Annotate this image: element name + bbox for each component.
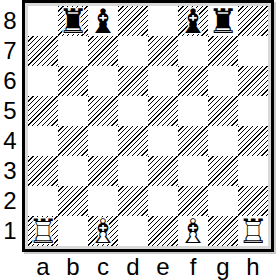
square-g4[interactable] xyxy=(208,126,238,156)
square-e7[interactable] xyxy=(148,36,178,66)
board-grid: ♜♝♝♜♜♖♝♗♝♗♜♖ xyxy=(28,6,268,246)
file-label-f: f xyxy=(178,253,208,280)
rank-label-7: 7 xyxy=(0,36,20,66)
square-b5[interactable] xyxy=(58,96,88,126)
square-c4[interactable] xyxy=(88,126,118,156)
square-b7[interactable] xyxy=(58,36,88,66)
square-e5[interactable] xyxy=(148,96,178,126)
square-h6[interactable] xyxy=(238,66,268,96)
square-a1[interactable]: ♜♖ xyxy=(28,216,58,246)
rank-label-4: 4 xyxy=(0,126,20,156)
square-c5[interactable] xyxy=(88,96,118,126)
square-f1[interactable]: ♝♗ xyxy=(178,216,208,246)
file-label-h: h xyxy=(238,253,268,280)
square-b4[interactable] xyxy=(58,126,88,156)
square-d6[interactable] xyxy=(118,66,148,96)
square-f5[interactable] xyxy=(178,96,208,126)
chess-diagram: 8 7 6 5 4 3 2 1 ♜♝♝♜♜♖♝♗♝♗♜♖ a b c d e f… xyxy=(0,0,280,280)
square-b6[interactable] xyxy=(58,66,88,96)
white-bishop: ♝♗ xyxy=(88,216,118,246)
rank-label-3: 3 xyxy=(0,156,20,186)
square-d7[interactable] xyxy=(118,36,148,66)
file-label-e: e xyxy=(148,253,178,280)
square-c8[interactable]: ♝ xyxy=(88,6,118,36)
square-c3[interactable] xyxy=(88,156,118,186)
square-g8[interactable]: ♜ xyxy=(208,6,238,36)
square-e8[interactable] xyxy=(148,6,178,36)
square-e3[interactable] xyxy=(148,156,178,186)
square-b8[interactable]: ♜ xyxy=(58,6,88,36)
square-f2[interactable] xyxy=(178,186,208,216)
white-rook: ♜♖ xyxy=(28,216,58,246)
square-h7[interactable] xyxy=(238,36,268,66)
square-f6[interactable] xyxy=(178,66,208,96)
white-bishop: ♝♗ xyxy=(178,216,208,246)
square-g2[interactable] xyxy=(208,186,238,216)
square-b2[interactable] xyxy=(58,186,88,216)
square-a3[interactable] xyxy=(28,156,58,186)
rank-label-5: 5 xyxy=(0,96,20,126)
square-e2[interactable] xyxy=(148,186,178,216)
square-d4[interactable] xyxy=(118,126,148,156)
square-e6[interactable] xyxy=(148,66,178,96)
square-d8[interactable] xyxy=(118,6,148,36)
square-a4[interactable] xyxy=(28,126,58,156)
square-d5[interactable] xyxy=(118,96,148,126)
square-c7[interactable] xyxy=(88,36,118,66)
square-b3[interactable] xyxy=(58,156,88,186)
square-a2[interactable] xyxy=(28,186,58,216)
square-h4[interactable] xyxy=(238,126,268,156)
square-d2[interactable] xyxy=(118,186,148,216)
black-rook: ♜ xyxy=(58,6,88,36)
square-g1[interactable] xyxy=(208,216,238,246)
square-h2[interactable] xyxy=(238,186,268,216)
square-d1[interactable] xyxy=(118,216,148,246)
square-g3[interactable] xyxy=(208,156,238,186)
file-label-g: g xyxy=(208,253,238,280)
rank-label-8: 8 xyxy=(0,6,20,36)
square-f7[interactable] xyxy=(178,36,208,66)
square-f4[interactable] xyxy=(178,126,208,156)
white-rook: ♜♖ xyxy=(238,216,268,246)
square-h8[interactable] xyxy=(238,6,268,36)
square-a8[interactable] xyxy=(28,6,58,36)
square-h5[interactable] xyxy=(238,96,268,126)
square-f3[interactable] xyxy=(178,156,208,186)
square-h3[interactable] xyxy=(238,156,268,186)
square-e1[interactable] xyxy=(148,216,178,246)
rank-label-1: 1 xyxy=(0,216,20,246)
square-e4[interactable] xyxy=(148,126,178,156)
square-a7[interactable] xyxy=(28,36,58,66)
black-bishop: ♝ xyxy=(88,6,118,36)
square-a6[interactable] xyxy=(28,66,58,96)
square-g6[interactable] xyxy=(208,66,238,96)
square-b1[interactable] xyxy=(58,216,88,246)
square-g7[interactable] xyxy=(208,36,238,66)
black-bishop: ♝ xyxy=(178,6,208,36)
rank-label-2: 2 xyxy=(0,186,20,216)
file-label-b: b xyxy=(58,253,88,280)
file-label-c: c xyxy=(88,253,118,280)
file-label-a: a xyxy=(28,253,58,280)
square-a5[interactable] xyxy=(28,96,58,126)
square-c1[interactable]: ♝♗ xyxy=(88,216,118,246)
square-c2[interactable] xyxy=(88,186,118,216)
square-h1[interactable]: ♜♖ xyxy=(238,216,268,246)
square-g5[interactable] xyxy=(208,96,238,126)
black-rook: ♜ xyxy=(208,6,238,36)
square-c6[interactable] xyxy=(88,66,118,96)
chess-board: ♜♝♝♜♜♖♝♗♝♗♜♖ xyxy=(22,0,274,252)
file-label-d: d xyxy=(118,253,148,280)
rank-label-6: 6 xyxy=(0,66,20,96)
square-f8[interactable]: ♝ xyxy=(178,6,208,36)
square-d3[interactable] xyxy=(118,156,148,186)
